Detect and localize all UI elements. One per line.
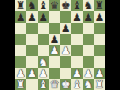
piece-black-queen[interactable]: ♛ bbox=[50, 0, 59, 10]
square-b4[interactable] bbox=[26, 45, 37, 56]
piece-white-pawn[interactable]: ♟ bbox=[50, 45, 59, 55]
square-h5[interactable] bbox=[94, 34, 105, 45]
square-a3[interactable] bbox=[15, 56, 26, 67]
square-g1[interactable]: ♞ bbox=[83, 79, 94, 90]
square-e2[interactable] bbox=[60, 68, 71, 79]
square-f7[interactable]: ♟ bbox=[71, 11, 82, 22]
square-d4[interactable]: ♟ bbox=[49, 45, 60, 56]
piece-black-pawn[interactable]: ♟ bbox=[95, 11, 104, 21]
piece-white-knight[interactable]: ♞ bbox=[83, 79, 92, 89]
piece-black-bishop[interactable]: ♝ bbox=[38, 0, 47, 10]
square-h6[interactable] bbox=[94, 23, 105, 34]
piece-black-knight[interactable]: ♞ bbox=[83, 0, 92, 10]
square-f3[interactable] bbox=[71, 56, 82, 67]
piece-black-pawn[interactable]: ♟ bbox=[83, 11, 92, 21]
piece-black-pawn[interactable]: ♟ bbox=[38, 11, 47, 21]
piece-white-queen[interactable]: ♛ bbox=[50, 79, 59, 89]
piece-black-king[interactable]: ♚ bbox=[61, 0, 70, 10]
square-d8[interactable]: ♛ bbox=[49, 0, 60, 11]
square-d1[interactable]: ♛ bbox=[49, 79, 60, 90]
square-g3[interactable] bbox=[83, 56, 94, 67]
square-g6[interactable] bbox=[83, 23, 94, 34]
square-a6[interactable] bbox=[15, 23, 26, 34]
square-b8[interactable]: ♞ bbox=[26, 0, 37, 11]
square-f1[interactable]: ♝ bbox=[71, 79, 82, 90]
square-e4[interactable]: ♟ bbox=[60, 45, 71, 56]
piece-black-rook[interactable]: ♜ bbox=[16, 0, 25, 10]
piece-black-pawn[interactable]: ♟ bbox=[50, 34, 59, 44]
square-b2[interactable]: ♟ bbox=[26, 68, 37, 79]
square-g5[interactable] bbox=[83, 34, 94, 45]
square-g8[interactable]: ♞ bbox=[83, 0, 94, 11]
square-a5[interactable] bbox=[15, 34, 26, 45]
piece-white-rook[interactable]: ♜ bbox=[95, 79, 104, 89]
piece-white-bishop[interactable]: ♝ bbox=[72, 79, 81, 89]
square-h7[interactable]: ♟ bbox=[94, 11, 105, 22]
square-d2[interactable] bbox=[49, 68, 60, 79]
square-g7[interactable]: ♟ bbox=[83, 11, 94, 22]
square-h2[interactable]: ♟ bbox=[94, 68, 105, 79]
square-e8[interactable]: ♚ bbox=[60, 0, 71, 11]
chess-board: ♜♞♝♛♚♝♞♜♟♟♟♟♟♟♟♟♟♟♞♟♟♟♟♟♟♜♝♛♚♝♞♜ bbox=[15, 0, 105, 90]
square-c3[interactable]: ♞ bbox=[38, 56, 49, 67]
piece-white-pawn[interactable]: ♟ bbox=[61, 45, 70, 55]
piece-black-rook[interactable]: ♜ bbox=[95, 0, 104, 10]
square-b1[interactable] bbox=[26, 79, 37, 90]
square-a4[interactable] bbox=[15, 45, 26, 56]
square-e1[interactable]: ♚ bbox=[60, 79, 71, 90]
square-f8[interactable]: ♝ bbox=[71, 0, 82, 11]
square-c5[interactable] bbox=[38, 34, 49, 45]
piece-black-pawn[interactable]: ♟ bbox=[72, 11, 81, 21]
piece-black-bishop[interactable]: ♝ bbox=[72, 0, 81, 10]
square-b7[interactable]: ♟ bbox=[26, 11, 37, 22]
piece-white-pawn[interactable]: ♟ bbox=[72, 68, 81, 78]
square-d5[interactable]: ♟ bbox=[49, 34, 60, 45]
square-e5[interactable] bbox=[60, 34, 71, 45]
square-d7[interactable] bbox=[49, 11, 60, 22]
square-c1[interactable]: ♝ bbox=[38, 79, 49, 90]
square-f5[interactable] bbox=[71, 34, 82, 45]
square-h3[interactable] bbox=[94, 56, 105, 67]
square-a8[interactable]: ♜ bbox=[15, 0, 26, 11]
piece-black-pawn[interactable]: ♟ bbox=[16, 11, 25, 21]
square-a2[interactable]: ♟ bbox=[15, 68, 26, 79]
square-d6[interactable] bbox=[49, 23, 60, 34]
square-c8[interactable]: ♝ bbox=[38, 0, 49, 11]
square-e7[interactable] bbox=[60, 11, 71, 22]
square-h1[interactable]: ♜ bbox=[94, 79, 105, 90]
piece-black-knight[interactable]: ♞ bbox=[27, 0, 36, 10]
square-f6[interactable] bbox=[71, 23, 82, 34]
square-c6[interactable] bbox=[38, 23, 49, 34]
square-f2[interactable]: ♟ bbox=[71, 68, 82, 79]
letterboxed-screen: ♜♞♝♛♚♝♞♜♟♟♟♟♟♟♟♟♟♟♞♟♟♟♟♟♟♜♝♛♚♝♞♜ bbox=[0, 0, 120, 90]
piece-white-pawn[interactable]: ♟ bbox=[95, 68, 104, 78]
piece-white-pawn[interactable]: ♟ bbox=[27, 68, 36, 78]
piece-black-pawn[interactable]: ♟ bbox=[27, 11, 36, 21]
square-g4[interactable] bbox=[83, 45, 94, 56]
square-b3[interactable] bbox=[26, 56, 37, 67]
piece-white-pawn[interactable]: ♟ bbox=[16, 68, 25, 78]
square-e6[interactable]: ♟ bbox=[60, 23, 71, 34]
square-b5[interactable] bbox=[26, 34, 37, 45]
square-e3[interactable] bbox=[60, 56, 71, 67]
piece-white-bishop[interactable]: ♝ bbox=[38, 79, 47, 89]
piece-white-knight[interactable]: ♞ bbox=[38, 56, 47, 66]
square-f4[interactable] bbox=[71, 45, 82, 56]
square-a7[interactable]: ♟ bbox=[15, 11, 26, 22]
square-c4[interactable] bbox=[38, 45, 49, 56]
piece-white-rook[interactable]: ♜ bbox=[16, 79, 25, 89]
square-c7[interactable]: ♟ bbox=[38, 11, 49, 22]
piece-white-pawn[interactable]: ♟ bbox=[83, 68, 92, 78]
square-a1[interactable]: ♜ bbox=[15, 79, 26, 90]
square-c2[interactable]: ♟ bbox=[38, 68, 49, 79]
square-d3[interactable] bbox=[49, 56, 60, 67]
square-h4[interactable] bbox=[94, 45, 105, 56]
square-g2[interactable]: ♟ bbox=[83, 68, 94, 79]
square-b6[interactable] bbox=[26, 23, 37, 34]
piece-white-king[interactable]: ♚ bbox=[61, 79, 70, 89]
square-h8[interactable]: ♜ bbox=[94, 0, 105, 11]
piece-white-pawn[interactable]: ♟ bbox=[38, 68, 47, 78]
piece-black-pawn[interactable]: ♟ bbox=[61, 23, 70, 33]
